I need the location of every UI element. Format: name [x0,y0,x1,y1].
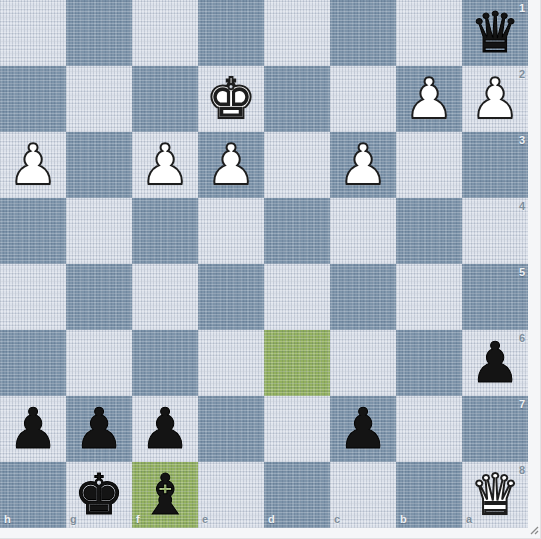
square-f6[interactable] [132,330,198,396]
square-g4[interactable] [66,198,132,264]
square-a7[interactable]: 7 [462,396,528,462]
square-b4[interactable] [396,198,462,264]
square-d3[interactable] [264,132,330,198]
square-e8[interactable]: e [198,462,264,528]
square-e6[interactable] [198,330,264,396]
square-g1[interactable] [66,0,132,66]
white-pawn-a2[interactable]: ♟ [462,66,528,132]
square-c4[interactable] [330,198,396,264]
square-c7[interactable]: ♟ [330,396,396,462]
square-a2[interactable]: 2♟ [462,66,528,132]
file-label-h: h [4,514,11,525]
square-b5[interactable] [396,264,462,330]
square-f5[interactable] [132,264,198,330]
rank-label-5: 5 [519,267,525,278]
square-f1[interactable] [132,0,198,66]
square-f2[interactable] [132,66,198,132]
white-pawn-h3[interactable]: ♟ [0,132,66,198]
square-g7[interactable]: ♟ [66,396,132,462]
square-a1[interactable]: 1♛ [462,0,528,66]
black-pawn-h7[interactable]: ♟ [0,396,66,462]
black-pawn-f7[interactable]: ♟ [132,396,198,462]
square-b8[interactable]: b [396,462,462,528]
rank-label-3: 3 [519,135,525,146]
black-pawn-c7[interactable]: ♟ [330,396,396,462]
square-d5[interactable] [264,264,330,330]
square-f4[interactable] [132,198,198,264]
square-f8[interactable]: f♝ [132,462,198,528]
square-h5[interactable] [0,264,66,330]
square-g5[interactable] [66,264,132,330]
black-king-g8[interactable]: ♚ [66,462,132,528]
square-a4[interactable]: 4 [462,198,528,264]
rank-label-7: 7 [519,399,525,410]
square-d6[interactable] [264,330,330,396]
square-c1[interactable] [330,0,396,66]
square-g6[interactable] [66,330,132,396]
square-c5[interactable] [330,264,396,330]
square-d8[interactable]: d [264,462,330,528]
square-e5[interactable] [198,264,264,330]
square-a6[interactable]: 6♟ [462,330,528,396]
white-queen-a8[interactable]: ♛ [462,462,528,528]
square-e7[interactable] [198,396,264,462]
black-bishop-f8[interactable]: ♝ [132,462,198,528]
square-d1[interactable] [264,0,330,66]
square-h1[interactable] [0,0,66,66]
square-e4[interactable] [198,198,264,264]
square-h4[interactable] [0,198,66,264]
white-pawn-b2[interactable]: ♟ [396,66,462,132]
square-d7[interactable] [264,396,330,462]
square-a3[interactable]: 3 [462,132,528,198]
square-e1[interactable] [198,0,264,66]
square-h2[interactable] [0,66,66,132]
square-b2[interactable]: ♟ [396,66,462,132]
square-d2[interactable] [264,66,330,132]
white-pawn-f3[interactable]: ♟ [132,132,198,198]
chess-board[interactable]: 1♛♚♟2♟♟♟♟♟3456♟♟♟♟♟7hg♚f♝edcb8a♛ [0,0,528,528]
white-king-e2[interactable]: ♚ [198,66,264,132]
square-f7[interactable]: ♟ [132,396,198,462]
file-label-b: b [400,514,407,525]
file-label-e: e [202,514,208,525]
square-g8[interactable]: g♚ [66,462,132,528]
square-b7[interactable] [396,396,462,462]
square-e3[interactable]: ♟ [198,132,264,198]
square-a8[interactable]: 8a♛ [462,462,528,528]
square-h6[interactable] [0,330,66,396]
rank-label-4: 4 [519,201,525,212]
square-b1[interactable] [396,0,462,66]
square-c3[interactable]: ♟ [330,132,396,198]
black-pawn-g7[interactable]: ♟ [66,396,132,462]
square-b6[interactable] [396,330,462,396]
black-queen-a1[interactable]: ♛ [462,0,528,66]
white-pawn-c3[interactable]: ♟ [330,132,396,198]
file-label-d: d [268,514,275,525]
square-d4[interactable] [264,198,330,264]
black-pawn-a6[interactable]: ♟ [462,330,528,396]
white-pawn-e3[interactable]: ♟ [198,132,264,198]
resize-handle-icon[interactable] [527,523,539,535]
square-e2[interactable]: ♚ [198,66,264,132]
chess-board-screenshot: 1♛♚♟2♟♟♟♟♟3456♟♟♟♟♟7hg♚f♝edcb8a♛ [0,0,541,539]
square-c8[interactable]: c [330,462,396,528]
square-h7[interactable]: ♟ [0,396,66,462]
square-c2[interactable] [330,66,396,132]
file-label-c: c [334,514,340,525]
square-h8[interactable]: h [0,462,66,528]
square-b3[interactable] [396,132,462,198]
square-h3[interactable]: ♟ [0,132,66,198]
square-g3[interactable] [66,132,132,198]
square-c6[interactable] [330,330,396,396]
square-a5[interactable]: 5 [462,264,528,330]
square-g2[interactable] [66,66,132,132]
square-f3[interactable]: ♟ [132,132,198,198]
